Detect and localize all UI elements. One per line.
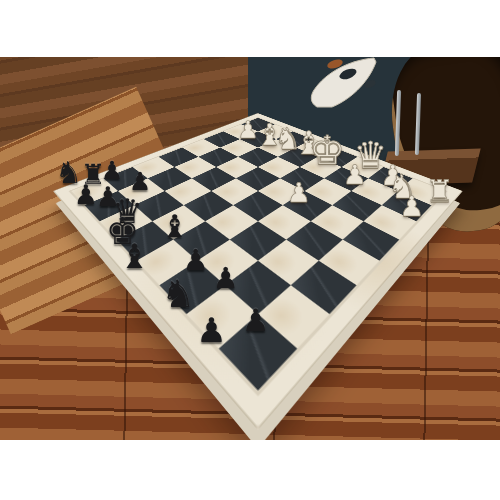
square-a6 [100, 205, 153, 239]
bottom-margin [0, 440, 500, 500]
photo-area [0, 57, 500, 440]
white-mask-sculpture [308, 57, 378, 111]
square-c1 [291, 261, 357, 314]
square-b1 [258, 285, 330, 348]
square-b5 [152, 205, 205, 239]
square-e1 [343, 221, 399, 260]
square-c3 [230, 221, 286, 260]
square-d3 [258, 205, 311, 239]
square-b4 [173, 221, 229, 260]
square-c2 [258, 240, 319, 286]
square-c4 [205, 205, 258, 239]
square-a4 [137, 240, 198, 286]
square-c5 [184, 191, 234, 221]
square-a3 [159, 261, 225, 314]
square-e2 [311, 205, 364, 239]
square-a5 [117, 221, 173, 260]
square-f2 [332, 191, 382, 221]
square-a1 [219, 314, 297, 390]
square-b6 [134, 191, 184, 221]
square-b3 [197, 240, 258, 286]
square-e3 [283, 191, 333, 221]
top-margin [0, 0, 500, 57]
square-d1 [319, 240, 380, 286]
square-d4 [233, 191, 283, 221]
square-f1 [364, 205, 417, 239]
square-a2 [186, 285, 258, 348]
square-d2 [286, 221, 342, 260]
square-b2 [225, 261, 291, 314]
square-g1 [382, 191, 432, 221]
square-a7 [85, 191, 135, 221]
chess-photo: Cream and black marble chess set arrange… [0, 0, 500, 500]
